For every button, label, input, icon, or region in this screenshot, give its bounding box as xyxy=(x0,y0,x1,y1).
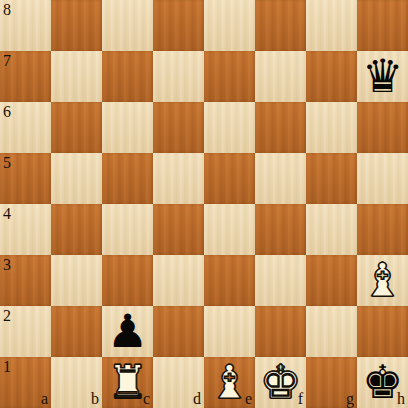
square-h2[interactable] xyxy=(357,306,408,357)
piece-white-king-f1[interactable]: ♚ xyxy=(260,357,301,408)
piece-black-pawn-c2[interactable]: ♟ xyxy=(107,306,148,357)
square-b6[interactable] xyxy=(51,102,102,153)
square-g4[interactable] xyxy=(306,204,357,255)
square-e2[interactable] xyxy=(204,306,255,357)
chess-board-wrap: 87♛6543♝2♟1abc♜de♝f♚gh♚ xyxy=(0,0,408,408)
file-label-g: g xyxy=(346,391,354,407)
square-h5[interactable] xyxy=(357,153,408,204)
square-g5[interactable] xyxy=(306,153,357,204)
square-b1[interactable]: b xyxy=(51,357,102,408)
rank-label-8: 8 xyxy=(3,2,11,18)
square-h4[interactable] xyxy=(357,204,408,255)
square-c5[interactable] xyxy=(102,153,153,204)
square-h1[interactable]: h♚ xyxy=(357,357,408,408)
rank-label-3: 3 xyxy=(3,257,11,273)
square-f8[interactable] xyxy=(255,0,306,51)
square-e3[interactable] xyxy=(204,255,255,306)
square-c6[interactable] xyxy=(102,102,153,153)
square-g7[interactable] xyxy=(306,51,357,102)
rank-label-5: 5 xyxy=(3,155,11,171)
rank-label-1: 1 xyxy=(3,359,11,375)
file-label-d: d xyxy=(193,391,201,407)
square-c8[interactable] xyxy=(102,0,153,51)
square-g3[interactable] xyxy=(306,255,357,306)
square-d8[interactable] xyxy=(153,0,204,51)
rank-label-2: 2 xyxy=(3,308,11,324)
square-f4[interactable] xyxy=(255,204,306,255)
square-a3[interactable]: 3 xyxy=(0,255,51,306)
square-c2[interactable]: ♟ xyxy=(102,306,153,357)
square-f2[interactable] xyxy=(255,306,306,357)
square-e6[interactable] xyxy=(204,102,255,153)
square-d2[interactable] xyxy=(153,306,204,357)
square-c3[interactable] xyxy=(102,255,153,306)
square-b8[interactable] xyxy=(51,0,102,51)
square-g6[interactable] xyxy=(306,102,357,153)
square-g1[interactable]: g xyxy=(306,357,357,408)
square-a4[interactable]: 4 xyxy=(0,204,51,255)
rank-label-4: 4 xyxy=(3,206,11,222)
square-a8[interactable]: 8 xyxy=(0,0,51,51)
square-e4[interactable] xyxy=(204,204,255,255)
square-h7[interactable]: ♛ xyxy=(357,51,408,102)
square-h3[interactable]: ♝ xyxy=(357,255,408,306)
piece-white-bishop-e1[interactable]: ♝ xyxy=(209,357,250,408)
square-e1[interactable]: e♝ xyxy=(204,357,255,408)
rank-label-7: 7 xyxy=(3,53,11,69)
square-a6[interactable]: 6 xyxy=(0,102,51,153)
square-c4[interactable] xyxy=(102,204,153,255)
square-c1[interactable]: c♜ xyxy=(102,357,153,408)
square-a7[interactable]: 7 xyxy=(0,51,51,102)
square-h6[interactable] xyxy=(357,102,408,153)
rank-label-6: 6 xyxy=(3,104,11,120)
square-a1[interactable]: 1a xyxy=(0,357,51,408)
square-c7[interactable] xyxy=(102,51,153,102)
file-label-b: b xyxy=(91,391,99,407)
square-d7[interactable] xyxy=(153,51,204,102)
piece-black-queen-h7[interactable]: ♛ xyxy=(362,51,403,102)
square-d4[interactable] xyxy=(153,204,204,255)
file-label-a: a xyxy=(41,391,48,407)
square-h8[interactable] xyxy=(357,0,408,51)
square-d5[interactable] xyxy=(153,153,204,204)
square-f5[interactable] xyxy=(255,153,306,204)
square-b3[interactable] xyxy=(51,255,102,306)
square-b2[interactable] xyxy=(51,306,102,357)
square-a5[interactable]: 5 xyxy=(0,153,51,204)
piece-white-rook-c1[interactable]: ♜ xyxy=(107,357,148,408)
square-g2[interactable] xyxy=(306,306,357,357)
square-e5[interactable] xyxy=(204,153,255,204)
square-d1[interactable]: d xyxy=(153,357,204,408)
square-f1[interactable]: f♚ xyxy=(255,357,306,408)
square-b5[interactable] xyxy=(51,153,102,204)
chess-board: 87♛6543♝2♟1abc♜de♝f♚gh♚ xyxy=(0,0,408,408)
square-a2[interactable]: 2 xyxy=(0,306,51,357)
square-e7[interactable] xyxy=(204,51,255,102)
piece-white-bishop-h3[interactable]: ♝ xyxy=(362,255,403,306)
square-d6[interactable] xyxy=(153,102,204,153)
square-f7[interactable] xyxy=(255,51,306,102)
square-f6[interactable] xyxy=(255,102,306,153)
square-d3[interactable] xyxy=(153,255,204,306)
square-e8[interactable] xyxy=(204,0,255,51)
piece-black-king-h1[interactable]: ♚ xyxy=(362,357,403,408)
square-f3[interactable] xyxy=(255,255,306,306)
square-b4[interactable] xyxy=(51,204,102,255)
square-g8[interactable] xyxy=(306,0,357,51)
square-b7[interactable] xyxy=(51,51,102,102)
